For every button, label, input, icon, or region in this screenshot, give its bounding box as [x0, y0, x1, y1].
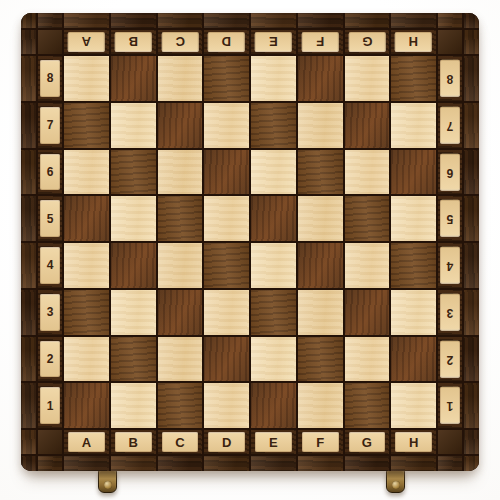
file-label-text: E: [255, 32, 292, 52]
square-h5[interactable]: [391, 196, 436, 241]
square-d3[interactable]: [204, 290, 249, 335]
file-label-top-e: E: [251, 30, 296, 54]
file-label-bottom-g: G: [345, 430, 390, 454]
rank-label-text: 7: [440, 107, 460, 144]
square-d7[interactable]: [204, 103, 249, 148]
square-f8[interactable]: [298, 56, 343, 101]
rank-label-text: 3: [440, 294, 460, 331]
frame-segment: [464, 196, 479, 241]
square-c8[interactable]: [158, 56, 203, 101]
rank-label-right-2: 2: [438, 337, 462, 382]
frame-segment: [464, 456, 479, 471]
square-a1[interactable]: [64, 383, 109, 428]
chess-board: ABCDEFGH8877665544332211ABCDEFGH: [21, 13, 479, 471]
rank-label-text: 8: [440, 60, 460, 97]
square-h6[interactable]: [391, 150, 436, 195]
file-label-top-g: G: [345, 30, 390, 54]
rank-label-right-7: 7: [438, 103, 462, 148]
square-b6[interactable]: [111, 150, 156, 195]
file-label-text: C: [162, 32, 199, 52]
frame-segment: [298, 456, 343, 471]
file-label-top-b: B: [111, 30, 156, 54]
file-label-top-h: H: [391, 30, 436, 54]
frame-segment: [251, 456, 296, 471]
square-c5[interactable]: [158, 196, 203, 241]
rank-label-left-2: 2: [38, 337, 62, 382]
square-d4[interactable]: [204, 243, 249, 288]
rank-label-text: 6: [440, 154, 460, 191]
file-label-text: F: [302, 432, 339, 452]
file-label-top-a: A: [64, 30, 109, 54]
label-corner-block: [438, 430, 462, 454]
square-e7[interactable]: [251, 103, 296, 148]
square-h2[interactable]: [391, 337, 436, 382]
frame-segment: [464, 13, 479, 28]
rank-label-text: 4: [40, 247, 60, 284]
frame-segment: [345, 456, 390, 471]
frame-segment: [21, 337, 36, 382]
rank-label-left-8: 8: [38, 56, 62, 101]
file-label-bottom-f: F: [298, 430, 343, 454]
frame-segment: [21, 30, 36, 54]
frame-segment: [464, 430, 479, 454]
frame-segment: [464, 150, 479, 195]
square-g7[interactable]: [345, 103, 390, 148]
rank-label-left-6: 6: [38, 150, 62, 195]
frame-segment: [21, 456, 36, 471]
square-a4[interactable]: [64, 243, 109, 288]
square-f5[interactable]: [298, 196, 343, 241]
square-f2[interactable]: [298, 337, 343, 382]
rank-label-text: 4: [440, 247, 460, 284]
frame-segment: [38, 456, 62, 471]
rank-label-left-3: 3: [38, 290, 62, 335]
rank-label-text: 2: [440, 341, 460, 378]
rank-label-left-7: 7: [38, 103, 62, 148]
frame-segment: [21, 243, 36, 288]
square-e1[interactable]: [251, 383, 296, 428]
frame-segment: [111, 13, 156, 28]
rank-label-text: 5: [440, 200, 460, 237]
frame-segment: [21, 383, 36, 428]
square-f1[interactable]: [298, 383, 343, 428]
frame-segment: [204, 456, 249, 471]
product-photo-background: ABCDEFGH8877665544332211ABCDEFGH: [0, 0, 500, 500]
frame-segment: [158, 456, 203, 471]
rank-label-text: 1: [440, 387, 460, 424]
rank-label-left-1: 1: [38, 383, 62, 428]
rank-label-right-5: 5: [438, 196, 462, 241]
square-h8[interactable]: [391, 56, 436, 101]
file-label-bottom-c: C: [158, 430, 203, 454]
frame-segment: [21, 150, 36, 195]
file-label-text: F: [302, 32, 339, 52]
frame-segment: [345, 13, 390, 28]
rank-label-right-8: 8: [438, 56, 462, 101]
frame-segment: [21, 103, 36, 148]
file-label-top-c: C: [158, 30, 203, 54]
square-e5[interactable]: [251, 196, 296, 241]
square-e8[interactable]: [251, 56, 296, 101]
square-h1[interactable]: [391, 383, 436, 428]
square-b8[interactable]: [111, 56, 156, 101]
rank-label-text: 3: [40, 294, 60, 331]
frame-segment: [391, 456, 436, 471]
file-label-top-f: F: [298, 30, 343, 54]
square-h3[interactable]: [391, 290, 436, 335]
square-g2[interactable]: [345, 337, 390, 382]
file-label-bottom-h: H: [391, 430, 436, 454]
square-c3[interactable]: [158, 290, 203, 335]
frame-segment: [391, 13, 436, 28]
square-e2[interactable]: [251, 337, 296, 382]
file-label-text: A: [68, 432, 105, 452]
square-b4[interactable]: [111, 243, 156, 288]
file-label-text: E: [255, 432, 292, 452]
file-label-text: G: [349, 432, 386, 452]
frame-segment: [438, 456, 462, 471]
square-f7[interactable]: [298, 103, 343, 148]
square-g3[interactable]: [345, 290, 390, 335]
file-label-text: G: [349, 32, 386, 52]
frame-segment: [464, 56, 479, 101]
file-label-text: H: [395, 32, 432, 52]
frame-segment: [38, 13, 62, 28]
frame-segment: [21, 196, 36, 241]
square-h4[interactable]: [391, 243, 436, 288]
rank-label-text: 8: [40, 60, 60, 97]
rank-label-left-5: 5: [38, 196, 62, 241]
file-label-text: A: [68, 32, 105, 52]
frame-segment: [438, 13, 462, 28]
square-a6[interactable]: [64, 150, 109, 195]
square-d5[interactable]: [204, 196, 249, 241]
frame-segment: [204, 13, 249, 28]
square-b7[interactable]: [111, 103, 156, 148]
frame-segment: [21, 13, 36, 28]
frame-segment: [464, 383, 479, 428]
square-d2[interactable]: [204, 337, 249, 382]
square-d6[interactable]: [204, 150, 249, 195]
frame-segment: [158, 13, 203, 28]
frame-segment: [464, 337, 479, 382]
frame-segment: [21, 56, 36, 101]
square-b3[interactable]: [111, 290, 156, 335]
label-corner-block: [438, 30, 462, 54]
square-b1[interactable]: [111, 383, 156, 428]
rank-label-text: 6: [40, 154, 60, 191]
square-d1[interactable]: [204, 383, 249, 428]
rank-label-right-4: 4: [438, 243, 462, 288]
square-f6[interactable]: [298, 150, 343, 195]
rank-label-right-3: 3: [438, 290, 462, 335]
square-b2[interactable]: [111, 337, 156, 382]
square-g6[interactable]: [345, 150, 390, 195]
square-d8[interactable]: [204, 56, 249, 101]
frame-segment: [464, 103, 479, 148]
file-label-text: D: [208, 432, 245, 452]
label-corner-block: [38, 430, 62, 454]
square-a7[interactable]: [64, 103, 109, 148]
frame-segment: [111, 456, 156, 471]
frame-segment: [21, 290, 36, 335]
rank-label-left-4: 4: [38, 243, 62, 288]
frame-segment: [251, 13, 296, 28]
file-label-text: B: [115, 32, 152, 52]
square-a8[interactable]: [64, 56, 109, 101]
square-g5[interactable]: [345, 196, 390, 241]
board-grid: ABCDEFGH8877665544332211ABCDEFGH: [21, 13, 479, 471]
square-h7[interactable]: [391, 103, 436, 148]
rank-label-text: 7: [40, 107, 60, 144]
square-c2[interactable]: [158, 337, 203, 382]
square-c4[interactable]: [158, 243, 203, 288]
square-e6[interactable]: [251, 150, 296, 195]
rank-label-text: 1: [40, 387, 60, 424]
square-c1[interactable]: [158, 383, 203, 428]
frame-segment: [21, 430, 36, 454]
square-g1[interactable]: [345, 383, 390, 428]
rank-label-text: 5: [40, 200, 60, 237]
square-g8[interactable]: [345, 56, 390, 101]
frame-segment: [64, 13, 109, 28]
square-a5[interactable]: [64, 196, 109, 241]
rank-label-right-1: 1: [438, 383, 462, 428]
file-label-bottom-e: E: [251, 430, 296, 454]
frame-segment: [64, 456, 109, 471]
square-f4[interactable]: [298, 243, 343, 288]
frame-segment: [464, 30, 479, 54]
square-g4[interactable]: [345, 243, 390, 288]
label-corner-block: [38, 30, 62, 54]
square-e4[interactable]: [251, 243, 296, 288]
file-label-bottom-b: B: [111, 430, 156, 454]
frame-segment: [464, 243, 479, 288]
file-label-text: B: [115, 432, 152, 452]
file-label-bottom-d: D: [204, 430, 249, 454]
square-b5[interactable]: [111, 196, 156, 241]
square-c6[interactable]: [158, 150, 203, 195]
file-label-text: D: [208, 32, 245, 52]
file-label-text: C: [162, 432, 199, 452]
brass-hinge-right: [386, 469, 405, 493]
file-label-text: H: [395, 432, 432, 452]
rank-label-right-6: 6: [438, 150, 462, 195]
file-label-bottom-a: A: [64, 430, 109, 454]
file-label-top-d: D: [204, 30, 249, 54]
square-f3[interactable]: [298, 290, 343, 335]
square-c7[interactable]: [158, 103, 203, 148]
brass-hinge-left: [98, 469, 117, 493]
square-a2[interactable]: [64, 337, 109, 382]
square-a3[interactable]: [64, 290, 109, 335]
frame-segment: [298, 13, 343, 28]
rank-label-text: 2: [40, 341, 60, 378]
square-e3[interactable]: [251, 290, 296, 335]
frame-segment: [464, 290, 479, 335]
